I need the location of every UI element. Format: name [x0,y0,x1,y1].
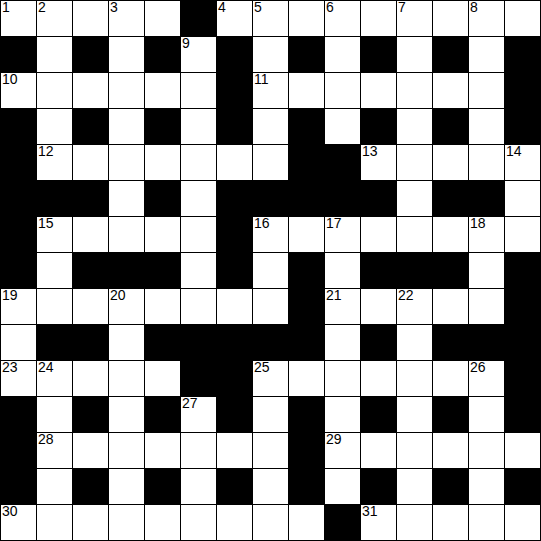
cell-r12c5[interactable] [181,433,216,468]
block-cell-r5c13 [469,181,504,216]
block-cell-r6c6 [217,217,252,252]
block-cell-r9c2 [73,325,108,360]
block-cell-r11c14 [505,397,540,432]
cell-r6c1[interactable]: 15 [37,217,72,252]
block-cell-r11c4 [145,397,180,432]
clue-number-4: 4 [218,0,226,15]
block-cell-r7c11 [397,253,432,288]
cell-r14c2[interactable] [73,505,108,540]
cell-r3c5[interactable] [181,109,216,144]
block-cell-r11c12 [433,397,468,432]
cell-r7c9[interactable] [325,253,360,288]
block-cell-r5c12 [433,181,468,216]
cell-r14c5[interactable] [181,505,216,540]
cell-r10c3[interactable] [109,361,144,396]
cell-r6c4[interactable] [145,217,180,252]
block-cell-r5c9 [325,181,360,216]
clue-number-20: 20 [110,288,126,303]
block-cell-r13c0 [1,469,36,504]
block-cell-r4c0 [1,145,36,180]
cell-r12c4[interactable] [145,433,180,468]
cell-r4c12[interactable] [433,145,468,180]
cell-r6c10[interactable] [361,217,396,252]
cell-r12c3[interactable] [109,433,144,468]
cell-r13c9[interactable] [325,469,360,504]
block-cell-r9c13 [469,325,504,360]
cell-r13c13[interactable] [469,469,504,504]
block-cell-r13c8 [289,469,324,504]
cell-r4c4[interactable] [145,145,180,180]
cell-r2c12[interactable] [433,73,468,108]
cell-r11c13[interactable] [469,397,504,432]
cell-r9c3[interactable] [109,325,144,360]
block-cell-r5c0 [1,181,36,216]
block-cell-r9c8 [289,325,324,360]
clue-number-25: 25 [254,360,270,375]
cell-r4c1[interactable]: 12 [37,145,72,180]
cell-r4c6[interactable] [217,145,252,180]
clue-number-31: 31 [362,504,378,519]
block-cell-r11c8 [289,397,324,432]
cell-r14c4[interactable] [145,505,180,540]
cell-r1c3[interactable] [109,37,144,72]
cell-r0c10[interactable] [361,1,396,36]
block-cell-r1c2 [73,37,108,72]
cell-r2c11[interactable] [397,73,432,108]
cell-r6c11[interactable] [397,217,432,252]
block-cell-r11c0 [1,397,36,432]
cell-r12c9[interactable]: 29 [325,433,360,468]
clue-number-19: 19 [2,288,18,303]
cell-r2c3[interactable] [109,73,144,108]
cell-r0c6[interactable]: 4 [217,1,252,36]
cell-r9c0[interactable] [1,325,36,360]
cell-r13c3[interactable] [109,469,144,504]
block-cell-r7c8 [289,253,324,288]
cell-r6c12[interactable] [433,217,468,252]
cell-r0c11[interactable]: 7 [397,1,432,36]
cell-r14c8[interactable] [289,505,324,540]
cell-r10c11[interactable] [397,361,432,396]
cell-r6c2[interactable] [73,217,108,252]
block-cell-r11c10 [361,397,396,432]
cell-r13c11[interactable] [397,469,432,504]
block-cell-r9c7 [253,325,288,360]
block-cell-r9c1 [37,325,72,360]
cell-r3c1[interactable] [37,109,72,144]
cell-r8c2[interactable] [73,289,108,324]
cell-r12c13[interactable] [469,433,504,468]
block-cell-r9c14 [505,325,540,360]
block-cell-r9c4 [145,325,180,360]
clue-number-28: 28 [38,432,54,447]
block-cell-r1c0 [1,37,36,72]
cell-r4c11[interactable] [397,145,432,180]
block-cell-r3c12 [433,109,468,144]
clue-number-18: 18 [470,216,486,231]
cell-r14c7[interactable] [253,505,288,540]
cell-r2c4[interactable] [145,73,180,108]
cell-r4c13[interactable] [469,145,504,180]
cell-r6c7[interactable]: 16 [253,217,288,252]
cell-r8c6[interactable] [217,289,252,324]
cell-r0c4[interactable] [145,1,180,36]
block-cell-r1c6 [217,37,252,72]
clue-number-13: 13 [362,144,378,159]
clue-number-22: 22 [398,288,414,303]
cell-r12c11[interactable] [397,433,432,468]
cell-r5c3[interactable] [109,181,144,216]
block-cell-r7c6 [217,253,252,288]
cell-r0c12[interactable] [433,1,468,36]
block-cell-r1c10 [361,37,396,72]
cell-r12c1[interactable]: 28 [37,433,72,468]
block-cell-r5c6 [217,181,252,216]
clue-number-12: 12 [38,144,54,159]
cell-r10c4[interactable] [145,361,180,396]
cell-r2c8[interactable] [289,73,324,108]
block-cell-r12c0 [1,433,36,468]
block-cell-r0c5 [181,1,216,36]
cell-r2c10[interactable] [361,73,396,108]
cell-r1c13[interactable] [469,37,504,72]
block-cell-r13c6 [217,469,252,504]
cell-r7c13[interactable] [469,253,504,288]
cell-r10c0[interactable]: 23 [1,361,36,396]
block-cell-r4c8 [289,145,324,180]
block-cell-r9c12 [433,325,468,360]
cell-r13c7[interactable] [253,469,288,504]
cell-r6c9[interactable]: 17 [325,217,360,252]
cell-r0c9[interactable]: 6 [325,1,360,36]
clue-number-21: 21 [326,288,342,303]
block-cell-r3c8 [289,109,324,144]
cell-r14c11[interactable] [397,505,432,540]
cell-r10c7[interactable]: 25 [253,361,288,396]
cell-r6c5[interactable] [181,217,216,252]
clue-number-7: 7 [398,0,406,15]
cell-r12c14[interactable] [505,433,540,468]
cell-r2c5[interactable] [181,73,216,108]
cell-r12c10[interactable] [361,433,396,468]
block-cell-r10c14 [505,361,540,396]
cell-r8c7[interactable] [253,289,288,324]
cell-r10c13[interactable]: 26 [469,361,504,396]
block-cell-r4c9 [325,145,360,180]
cell-r0c14[interactable] [505,1,540,36]
cell-r4c2[interactable] [73,145,108,180]
block-cell-r3c14 [505,109,540,144]
block-cell-r3c6 [217,109,252,144]
clue-number-27: 27 [182,396,198,411]
clue-number-1: 1 [2,0,10,15]
block-cell-r11c6 [217,397,252,432]
block-cell-r2c6 [217,73,252,108]
cell-r2c9[interactable] [325,73,360,108]
cell-r4c10[interactable]: 13 [361,145,396,180]
cell-r3c7[interactable] [253,109,288,144]
block-cell-r7c10 [361,253,396,288]
cell-r12c6[interactable] [217,433,252,468]
cell-r1c9[interactable] [325,37,360,72]
clue-number-30: 30 [2,504,18,519]
cell-r8c5[interactable] [181,289,216,324]
clue-number-16: 16 [254,216,270,231]
block-cell-r14c9 [325,505,360,540]
cell-r11c1[interactable] [37,397,72,432]
cell-r12c12[interactable] [433,433,468,468]
cell-r14c3[interactable] [109,505,144,540]
block-cell-r7c4 [145,253,180,288]
cell-r9c11[interactable] [397,325,432,360]
cell-r6c14[interactable] [505,217,540,252]
block-cell-r3c10 [361,109,396,144]
cell-r8c1[interactable] [37,289,72,324]
block-cell-r1c12 [433,37,468,72]
cell-r14c6[interactable] [217,505,252,540]
block-cell-r13c10 [361,469,396,504]
crossword-grid: 1234567891011121314151617181920212223242… [0,0,541,541]
cell-r4c5[interactable] [181,145,216,180]
clue-number-17: 17 [326,216,342,231]
block-cell-r7c2 [73,253,108,288]
cell-r8c9[interactable]: 21 [325,289,360,324]
cell-r0c3[interactable]: 3 [109,1,144,36]
block-cell-r13c14 [505,469,540,504]
cell-r11c7[interactable] [253,397,288,432]
cell-r11c5[interactable]: 27 [181,397,216,432]
cell-r8c4[interactable] [145,289,180,324]
clue-number-3: 3 [110,0,118,15]
cell-r5c11[interactable] [397,181,432,216]
block-cell-r1c14 [505,37,540,72]
cell-r10c12[interactable] [433,361,468,396]
cell-r10c9[interactable] [325,361,360,396]
block-cell-r13c12 [433,469,468,504]
block-cell-r3c0 [1,109,36,144]
block-cell-r8c14 [505,289,540,324]
cell-r3c3[interactable] [109,109,144,144]
cell-r1c1[interactable] [37,37,72,72]
block-cell-r11c2 [73,397,108,432]
block-cell-r7c12 [433,253,468,288]
block-cell-r7c3 [109,253,144,288]
cell-r2c2[interactable] [73,73,108,108]
block-cell-r9c10 [361,325,396,360]
block-cell-r5c1 [37,181,72,216]
block-cell-r8c8 [289,289,324,324]
cell-r14c10[interactable]: 31 [361,505,396,540]
block-cell-r10c5 [181,361,216,396]
cell-r14c14[interactable] [505,505,540,540]
cell-r9c9[interactable] [325,325,360,360]
cell-r7c7[interactable] [253,253,288,288]
clue-number-9: 9 [182,36,190,51]
block-cell-r5c2 [73,181,108,216]
cell-r11c9[interactable] [325,397,360,432]
clue-number-26: 26 [470,360,486,375]
clue-number-2: 2 [38,0,46,15]
cell-r7c1[interactable] [37,253,72,288]
cell-r8c13[interactable] [469,289,504,324]
clue-number-23: 23 [2,360,18,375]
block-cell-r3c2 [73,109,108,144]
clue-number-14: 14 [506,144,522,159]
cell-r4c7[interactable] [253,145,288,180]
block-cell-r5c7 [253,181,288,216]
cell-r11c11[interactable] [397,397,432,432]
cell-r10c10[interactable] [361,361,396,396]
block-cell-r10c6 [217,361,252,396]
cell-r10c8[interactable] [289,361,324,396]
block-cell-r1c8 [289,37,324,72]
cell-r2c13[interactable] [469,73,504,108]
cell-r0c1[interactable]: 2 [37,1,72,36]
cell-r4c3[interactable] [109,145,144,180]
block-cell-r5c4 [145,181,180,216]
block-cell-r1c4 [145,37,180,72]
clue-number-29: 29 [326,432,342,447]
cell-r14c12[interactable] [433,505,468,540]
block-cell-r6c0 [1,217,36,252]
clue-number-11: 11 [254,72,269,87]
cell-r2c7[interactable]: 11 [253,73,288,108]
cell-r6c3[interactable] [109,217,144,252]
block-cell-r13c4 [145,469,180,504]
cell-r14c13[interactable] [469,505,504,540]
cell-r6c8[interactable] [289,217,324,252]
block-cell-r9c5 [181,325,216,360]
cell-r13c1[interactable] [37,469,72,504]
cell-r3c11[interactable] [397,109,432,144]
cell-r13c5[interactable] [181,469,216,504]
cell-r8c0[interactable]: 19 [1,289,36,324]
cell-r3c13[interactable] [469,109,504,144]
cell-r3c9[interactable] [325,109,360,144]
clue-number-6: 6 [326,0,334,15]
cell-r0c7[interactable]: 5 [253,1,288,36]
cell-r0c2[interactable] [73,1,108,36]
cell-r1c11[interactable] [397,37,432,72]
block-cell-r12c8 [289,433,324,468]
cell-r12c7[interactable] [253,433,288,468]
block-cell-r13c2 [73,469,108,504]
cell-r1c7[interactable] [253,37,288,72]
clue-number-10: 10 [2,72,18,87]
cell-r8c3[interactable]: 20 [109,289,144,324]
cell-r0c13[interactable]: 8 [469,1,504,36]
cell-r7c5[interactable] [181,253,216,288]
cell-r12c2[interactable] [73,433,108,468]
block-cell-r7c14 [505,253,540,288]
cell-r8c10[interactable] [361,289,396,324]
cell-r0c0[interactable]: 1 [1,1,36,36]
cell-r2c1[interactable] [37,73,72,108]
clue-number-5: 5 [254,0,262,15]
cell-r14c1[interactable] [37,505,72,540]
block-cell-r3c4 [145,109,180,144]
block-cell-r2c14 [505,73,540,108]
cell-r5c5[interactable] [181,181,216,216]
clue-number-15: 15 [38,216,54,231]
cell-r2c0[interactable]: 10 [1,73,36,108]
cell-r10c2[interactable] [73,361,108,396]
block-cell-r7c0 [1,253,36,288]
block-cell-r5c10 [361,181,396,216]
cell-r8c12[interactable] [433,289,468,324]
clue-number-8: 8 [470,0,478,15]
cell-r10c1[interactable]: 24 [37,361,72,396]
cell-r0c8[interactable] [289,1,324,36]
cell-r14c0[interactable]: 30 [1,505,36,540]
cell-r11c3[interactable] [109,397,144,432]
cell-r8c11[interactable]: 22 [397,289,432,324]
block-cell-r9c6 [217,325,252,360]
cell-r1c5[interactable]: 9 [181,37,216,72]
cell-r4c14[interactable]: 14 [505,145,540,180]
cell-r6c13[interactable]: 18 [469,217,504,252]
block-cell-r5c8 [289,181,324,216]
cell-r5c14[interactable] [505,181,540,216]
clue-number-24: 24 [38,360,54,375]
